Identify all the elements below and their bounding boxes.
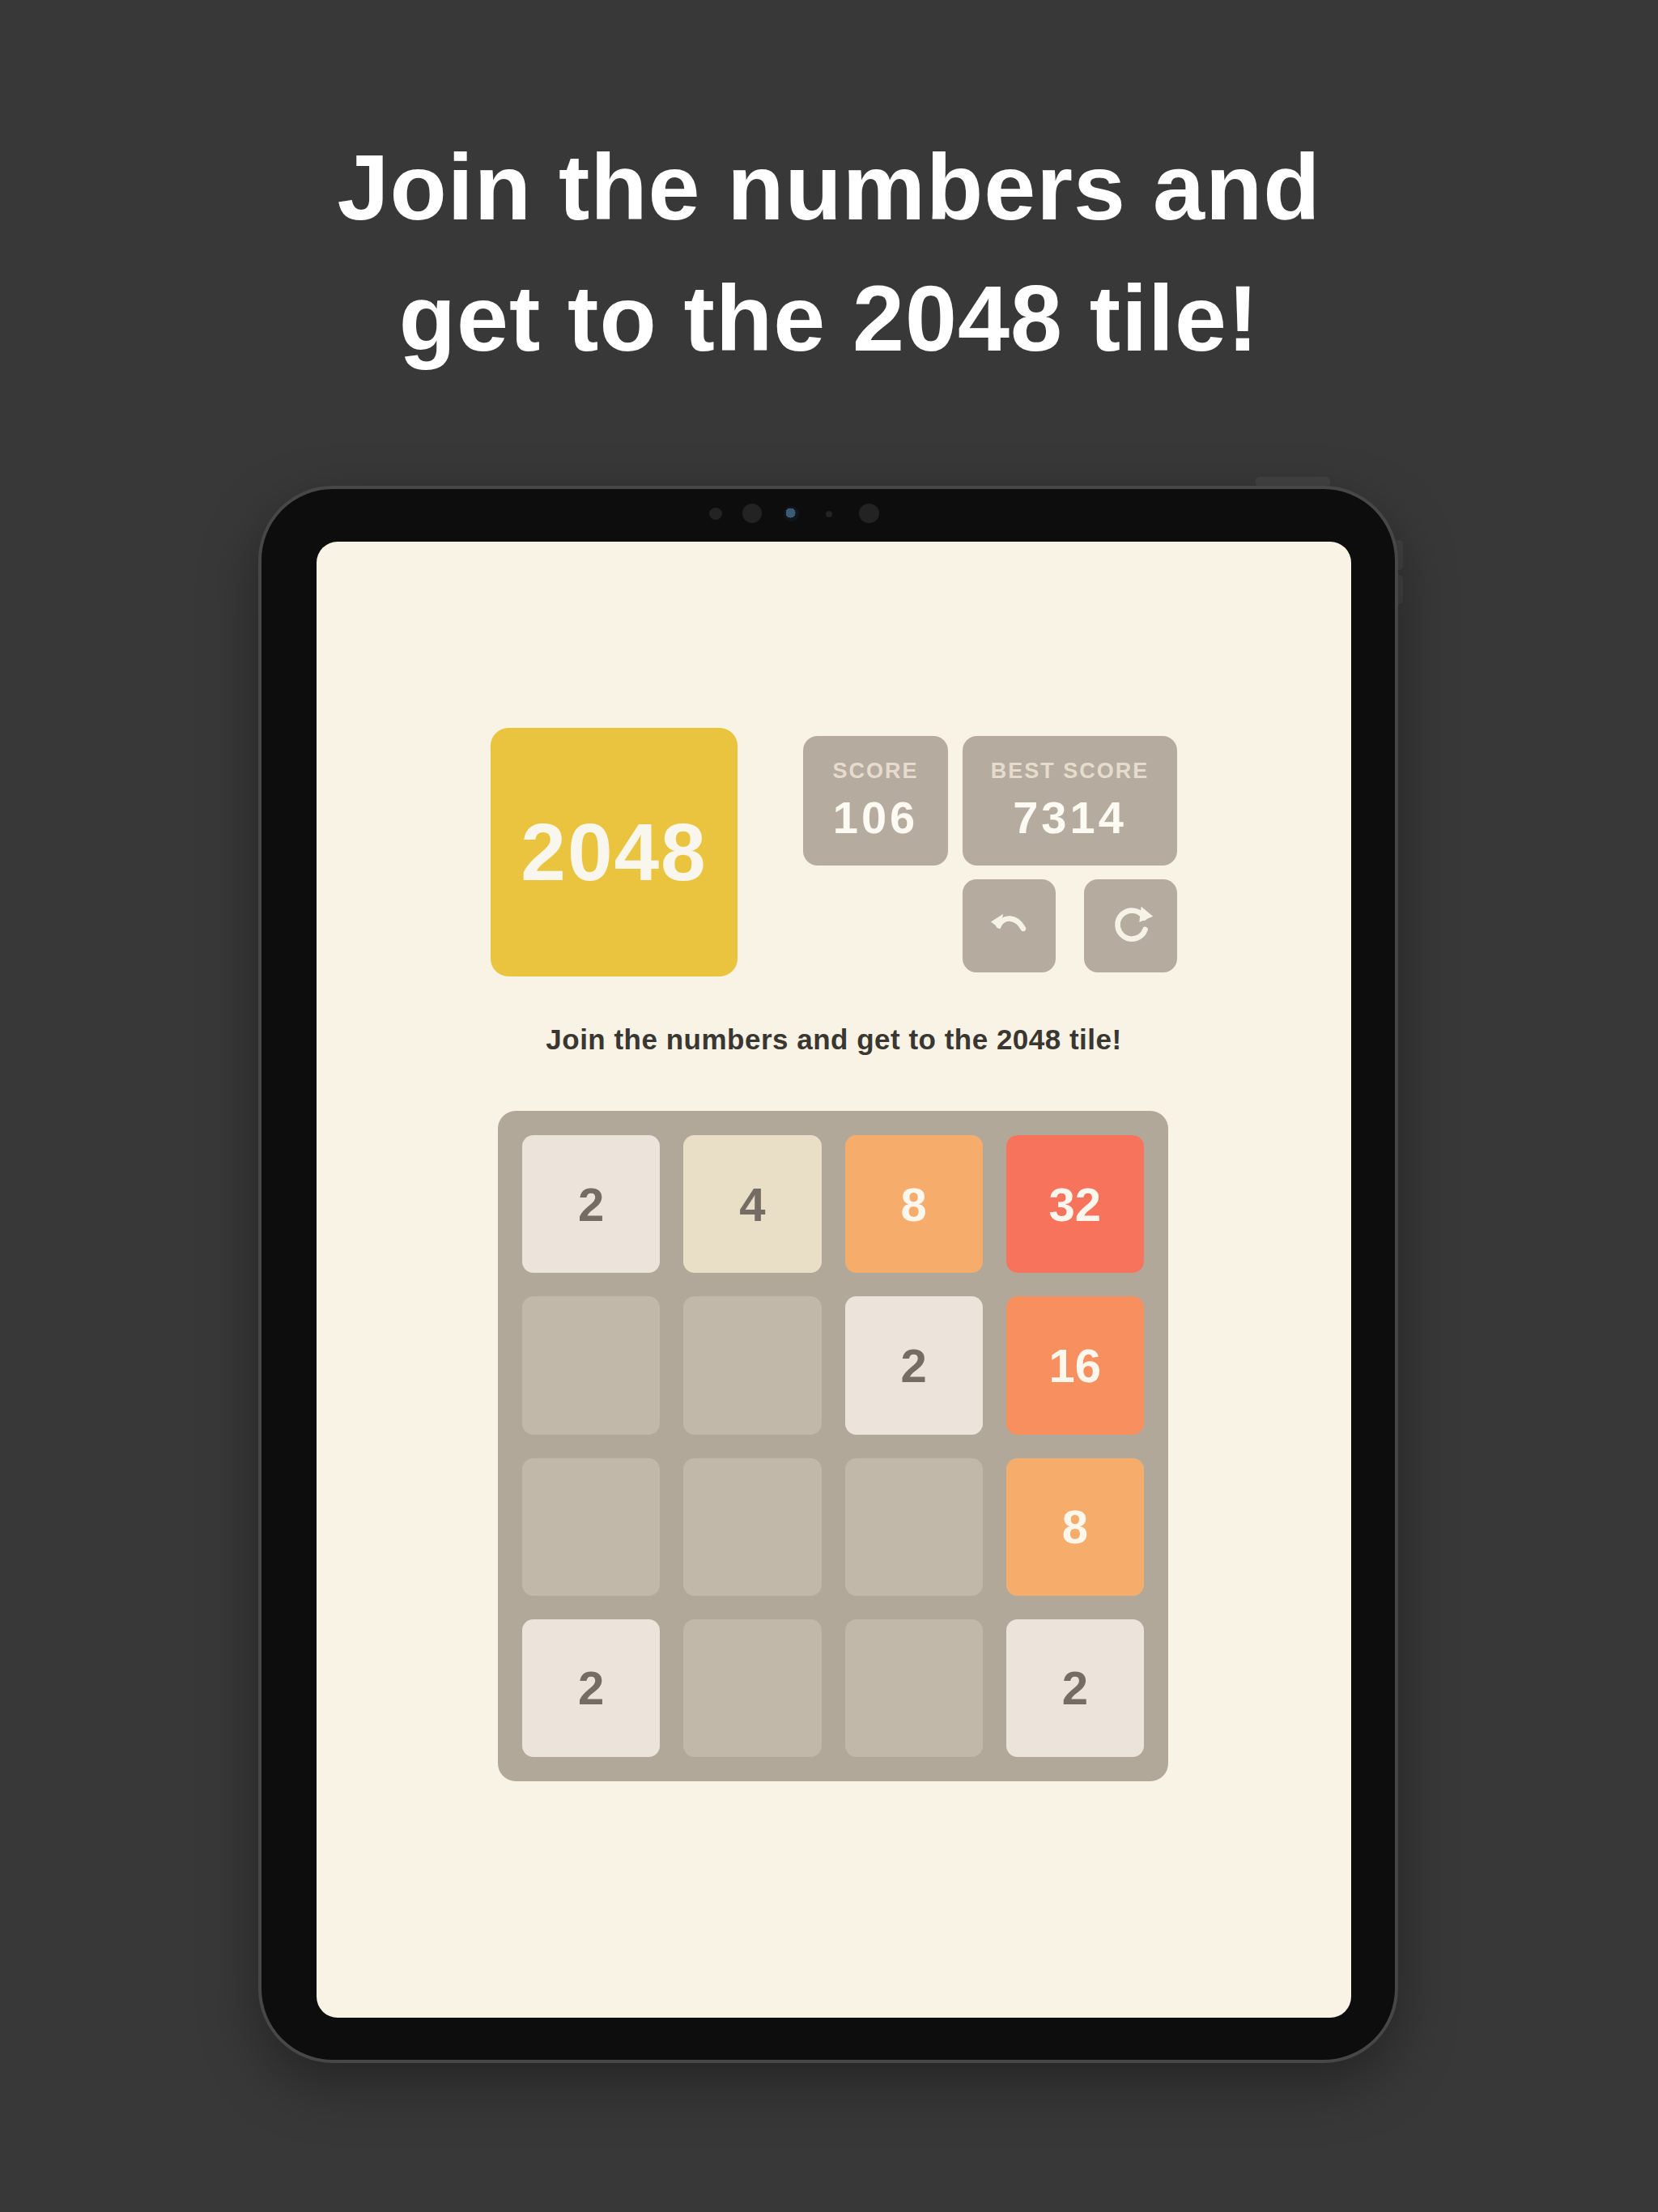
grid-cell-r4c3 (845, 1619, 983, 1757)
refresh-button[interactable] (1084, 879, 1177, 972)
grid-cell-r2c1 (522, 1296, 660, 1434)
front-camera-lens-icon (784, 506, 799, 521)
grid-cell-r4c4: 2 (1006, 1619, 1144, 1757)
grid-cell-r1c4: 32 (1006, 1135, 1144, 1273)
tile-16: 16 (1006, 1296, 1144, 1434)
grid-cell-r2c3: 2 (845, 1296, 983, 1434)
undo-button[interactable] (963, 879, 1056, 972)
tile-2: 2 (522, 1135, 660, 1273)
grid-cell-r1c3: 8 (845, 1135, 983, 1273)
grid-cell-r3c1 (522, 1458, 660, 1596)
tablet-frame: 2048 SCORE 106 BEST SCORE 7314 (258, 486, 1398, 2063)
grid-cell-r1c2: 4 (683, 1135, 821, 1273)
score-label: SCORE (832, 759, 918, 784)
game-logo-tile: 2048 (491, 728, 738, 976)
bezel-mic-dot-icon (826, 511, 832, 517)
score-box: SCORE 106 (803, 736, 948, 866)
bezel-sensor-dot2-icon (859, 504, 879, 523)
instruction-text: Join the numbers and get to the 2048 til… (317, 1023, 1351, 1056)
headline-line-2: get to the 2048 tile! (0, 253, 1658, 384)
grid-cell-r3c3 (845, 1458, 983, 1596)
undo-arrow-icon (986, 901, 1033, 951)
bezel-sensor-dot-icon (709, 508, 722, 520)
tile-8: 8 (845, 1135, 983, 1273)
grid-cell-r2c2 (683, 1296, 821, 1434)
tile-2: 2 (845, 1296, 983, 1434)
tile-4: 4 (683, 1135, 821, 1273)
grid-cell-r1c1: 2 (522, 1135, 660, 1273)
board-grid[interactable]: 24832216822 (498, 1111, 1168, 1781)
best-score-label: BEST SCORE (991, 759, 1150, 784)
tablet-screen: 2048 SCORE 106 BEST SCORE 7314 (317, 542, 1351, 2018)
page-background: Join the numbers and get to the 2048 til… (0, 0, 1658, 2212)
front-camera-icon (742, 504, 762, 523)
best-score-box: BEST SCORE 7314 (963, 736, 1177, 866)
refresh-arrow-icon (1107, 901, 1154, 951)
headline-line-1: Join the numbers and (0, 121, 1658, 253)
tile-32: 32 (1006, 1135, 1144, 1273)
grid-cell-r4c2 (683, 1619, 821, 1757)
grid-cell-r2c4: 16 (1006, 1296, 1144, 1434)
grid-cell-r3c2 (683, 1458, 821, 1596)
score-value: 106 (833, 791, 918, 844)
page-headline: Join the numbers and get to the 2048 til… (0, 121, 1658, 384)
tile-8: 8 (1006, 1458, 1144, 1596)
tile-2: 2 (522, 1619, 660, 1757)
grid-cell-r3c4: 8 (1006, 1458, 1144, 1596)
best-score-value: 7314 (1013, 791, 1127, 844)
grid-cell-r4c1: 2 (522, 1619, 660, 1757)
tile-2: 2 (1006, 1619, 1144, 1757)
logo-text: 2048 (521, 806, 707, 899)
